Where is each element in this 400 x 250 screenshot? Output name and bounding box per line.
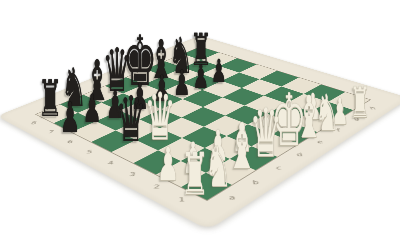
chess-set-product-photo: 8h7g6f5e4d3c2b1a ♜♞♝♟♚♟♛♟♝♟♞♟♜♜♟♟♟♟♟♞♟♝♛… xyxy=(0,0,400,250)
piece-white-pawn-a2[interactable]: ♟ xyxy=(157,141,180,187)
piece-white-rook-h1[interactable]: ♜ xyxy=(350,82,371,124)
piece-black-pawn-b7[interactable]: ♟ xyxy=(82,89,101,128)
rank-label-4: 4 xyxy=(104,161,116,166)
piece-black-rook-a8[interactable]: ♜ xyxy=(38,74,63,124)
piece-black-pawn-g7[interactable]: ♟ xyxy=(193,60,209,93)
rank-label-3: 3 xyxy=(127,172,140,178)
piece-white-rook-a1[interactable]: ♜ xyxy=(181,145,210,203)
rank-label-7: 7 xyxy=(45,130,57,134)
piece-black-pawn-h7[interactable]: ♟ xyxy=(211,55,227,87)
piece-black-queen-b5[interactable]: ♛ xyxy=(115,88,146,151)
piece-black-pawn-a7[interactable]: ♟ xyxy=(60,97,81,139)
rank-label-5: 5 xyxy=(83,150,95,155)
